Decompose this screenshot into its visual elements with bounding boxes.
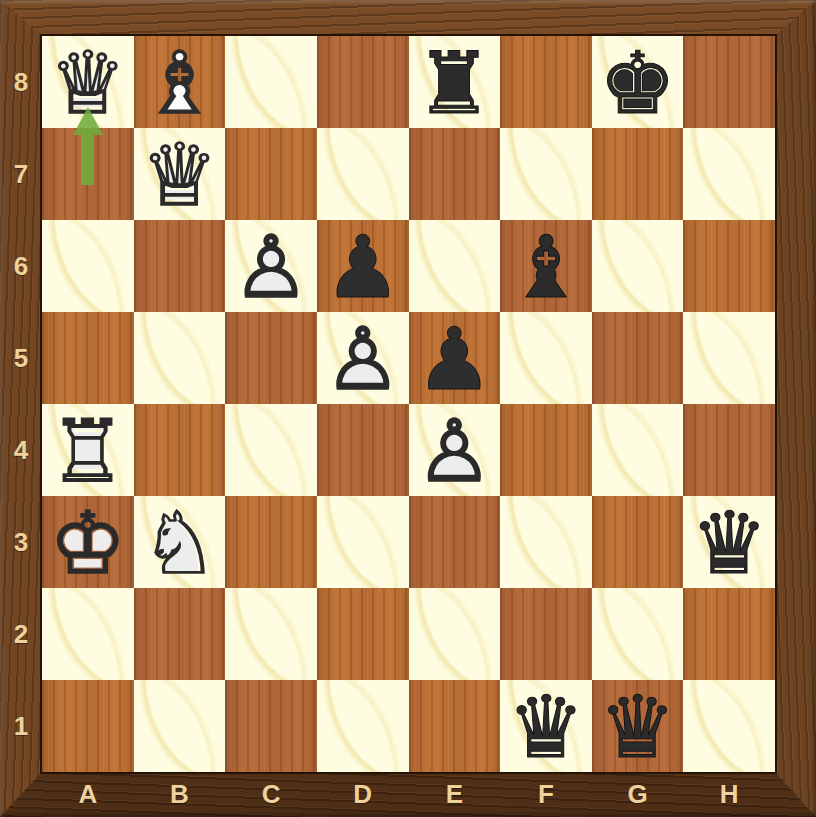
square-a7[interactable] — [42, 128, 134, 220]
square-e3[interactable] — [409, 496, 501, 588]
file-label-d: D — [343, 777, 383, 811]
piece-black-bishop[interactable]: ♝ — [500, 220, 592, 312]
black-queen-icon: ♛ — [683, 496, 775, 588]
black-bishop-icon: ♝ — [500, 220, 592, 312]
square-e7[interactable] — [409, 128, 501, 220]
rank-label-6: 6 — [0, 249, 42, 283]
white-king-icon: ♚ — [42, 496, 134, 588]
square-f3[interactable] — [500, 496, 592, 588]
square-g6[interactable] — [592, 220, 684, 312]
square-d2[interactable] — [317, 588, 409, 680]
square-h3[interactable]: ♛ — [683, 496, 775, 588]
square-b2[interactable] — [134, 588, 226, 680]
piece-black-pawn[interactable]: ♟ — [317, 220, 409, 312]
square-c1[interactable] — [225, 680, 317, 772]
chessboard-app: ♛♕♝♗♜♚♛♕♟♙♟♝♟♙♟♜♖♟♙♚♔♞♘♛♛♛ 87654321 ABCD… — [0, 0, 816, 817]
rank-label-8: 8 — [0, 65, 42, 99]
square-c2[interactable] — [225, 588, 317, 680]
square-g8[interactable]: ♚ — [592, 36, 684, 128]
white-queen-icon: ♛ — [42, 36, 134, 128]
square-a1[interactable] — [42, 680, 134, 772]
white-queen-outline-icon: ♕ — [134, 128, 226, 220]
rank-label-3: 3 — [0, 525, 42, 559]
piece-black-king[interactable]: ♚ — [592, 36, 684, 128]
square-e5[interactable]: ♟ — [409, 312, 501, 404]
square-d1[interactable] — [317, 680, 409, 772]
square-b6[interactable] — [134, 220, 226, 312]
square-d5[interactable]: ♟♙ — [317, 312, 409, 404]
square-b3[interactable]: ♞♘ — [134, 496, 226, 588]
square-e4[interactable]: ♟♙ — [409, 404, 501, 496]
white-rook-outline-icon: ♖ — [42, 404, 134, 496]
piece-white-knight[interactable]: ♞♘ — [134, 496, 226, 588]
square-g5[interactable] — [592, 312, 684, 404]
square-f2[interactable] — [500, 588, 592, 680]
black-queen-icon: ♛ — [592, 680, 684, 772]
white-pawn-outline-icon: ♙ — [317, 312, 409, 404]
square-f6[interactable]: ♝ — [500, 220, 592, 312]
square-e1[interactable] — [409, 680, 501, 772]
rank-label-2: 2 — [0, 617, 42, 651]
black-king-icon: ♚ — [592, 36, 684, 128]
file-label-g: G — [618, 777, 658, 811]
file-label-a: A — [68, 777, 108, 811]
white-pawn-icon: ♟ — [225, 220, 317, 312]
square-d8[interactable] — [317, 36, 409, 128]
rank-label-5: 5 — [0, 341, 42, 375]
square-g3[interactable] — [592, 496, 684, 588]
square-c8[interactable] — [225, 36, 317, 128]
square-d7[interactable] — [317, 128, 409, 220]
square-h2[interactable] — [683, 588, 775, 680]
square-h4[interactable] — [683, 404, 775, 496]
piece-white-pawn[interactable]: ♟♙ — [409, 404, 501, 496]
square-a3[interactable]: ♚♔ — [42, 496, 134, 588]
square-g7[interactable] — [592, 128, 684, 220]
square-b5[interactable] — [134, 312, 226, 404]
square-a2[interactable] — [42, 588, 134, 680]
white-pawn-icon: ♟ — [409, 404, 501, 496]
piece-black-queen[interactable]: ♛ — [592, 680, 684, 772]
white-bishop-outline-icon: ♗ — [134, 36, 226, 128]
square-d6[interactable]: ♟ — [317, 220, 409, 312]
rank-label-4: 4 — [0, 433, 42, 467]
square-b8[interactable]: ♝♗ — [134, 36, 226, 128]
square-a8[interactable]: ♛♕ — [42, 36, 134, 128]
square-d3[interactable] — [317, 496, 409, 588]
white-queen-outline-icon: ♕ — [42, 36, 134, 128]
square-c6[interactable]: ♟♙ — [225, 220, 317, 312]
square-c5[interactable] — [225, 312, 317, 404]
square-f8[interactable] — [500, 36, 592, 128]
piece-white-queen[interactable]: ♛♕ — [42, 36, 134, 128]
piece-black-queen[interactable]: ♛ — [500, 680, 592, 772]
square-a6[interactable] — [42, 220, 134, 312]
piece-black-pawn[interactable]: ♟ — [409, 312, 501, 404]
piece-black-queen[interactable]: ♛ — [683, 496, 775, 588]
white-bishop-icon: ♝ — [134, 36, 226, 128]
square-d4[interactable] — [317, 404, 409, 496]
square-f4[interactable] — [500, 404, 592, 496]
piece-white-queen[interactable]: ♛♕ — [134, 128, 226, 220]
square-h5[interactable] — [683, 312, 775, 404]
square-b4[interactable] — [134, 404, 226, 496]
piece-white-rook[interactable]: ♜♖ — [42, 404, 134, 496]
file-label-b: B — [159, 777, 199, 811]
black-rook-icon: ♜ — [409, 36, 501, 128]
square-f5[interactable] — [500, 312, 592, 404]
white-pawn-outline-icon: ♙ — [225, 220, 317, 312]
white-pawn-outline-icon: ♙ — [409, 404, 501, 496]
file-label-f: F — [526, 777, 566, 811]
square-h1[interactable] — [683, 680, 775, 772]
black-pawn-icon: ♟ — [317, 220, 409, 312]
rank-label-7: 7 — [0, 157, 42, 191]
white-rook-icon: ♜ — [42, 404, 134, 496]
piece-white-king[interactable]: ♚♔ — [42, 496, 134, 588]
square-e2[interactable] — [409, 588, 501, 680]
square-f7[interactable] — [500, 128, 592, 220]
square-c7[interactable] — [225, 128, 317, 220]
square-h6[interactable] — [683, 220, 775, 312]
square-c3[interactable] — [225, 496, 317, 588]
piece-black-rook[interactable]: ♜ — [409, 36, 501, 128]
white-pawn-icon: ♟ — [317, 312, 409, 404]
square-e8[interactable]: ♜ — [409, 36, 501, 128]
square-e6[interactable] — [409, 220, 501, 312]
rank-label-1: 1 — [0, 709, 42, 743]
file-label-c: C — [251, 777, 291, 811]
piece-white-bishop[interactable]: ♝♗ — [134, 36, 226, 128]
square-b1[interactable] — [134, 680, 226, 772]
white-king-outline-icon: ♔ — [42, 496, 134, 588]
square-g4[interactable] — [592, 404, 684, 496]
square-c4[interactable] — [225, 404, 317, 496]
square-g1[interactable]: ♛ — [592, 680, 684, 772]
piece-white-pawn[interactable]: ♟♙ — [225, 220, 317, 312]
black-pawn-icon: ♟ — [409, 312, 501, 404]
white-knight-outline-icon: ♘ — [134, 496, 226, 588]
white-knight-icon: ♞ — [134, 496, 226, 588]
board-grid: ♛♕♝♗♜♚♛♕♟♙♟♝♟♙♟♜♖♟♙♚♔♞♘♛♛♛ — [42, 36, 775, 772]
square-f1[interactable]: ♛ — [500, 680, 592, 772]
file-label-e: E — [434, 777, 474, 811]
square-g2[interactable] — [592, 588, 684, 680]
square-h7[interactable] — [683, 128, 775, 220]
square-b7[interactable]: ♛♕ — [134, 128, 226, 220]
file-label-h: H — [709, 777, 749, 811]
black-queen-icon: ♛ — [500, 680, 592, 772]
square-a5[interactable] — [42, 312, 134, 404]
square-h8[interactable] — [683, 36, 775, 128]
square-a4[interactable]: ♜♖ — [42, 404, 134, 496]
white-queen-icon: ♛ — [134, 128, 226, 220]
piece-white-pawn[interactable]: ♟♙ — [317, 312, 409, 404]
